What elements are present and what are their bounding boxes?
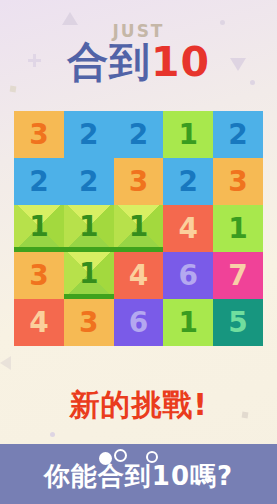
tile-r5c2[interactable]: 3 [64,299,114,346]
tile-r4c3[interactable]: 4 [114,252,164,299]
header: JUST 合到10 [0,23,277,83]
tile-r3c5[interactable]: 1 [213,205,263,252]
tile-r2c2[interactable]: 2 [64,158,114,205]
tile-r4c5[interactable]: 7 [213,252,263,299]
tile-r3c3[interactable]: 1 [114,205,164,252]
tile-r4c4[interactable]: 6 [163,252,213,299]
tile-r1c5[interactable]: 2 [213,111,263,158]
bottom-banner[interactable]: 你能合到10嗎? [0,444,277,504]
tile-r5c4[interactable]: 1 [163,299,213,346]
deco-triangle-icon [0,356,11,370]
tile-r1c1[interactable]: 3 [14,111,64,158]
app-title: 合到10 [0,42,277,83]
tile-r2c4[interactable]: 2 [163,158,213,205]
tile-r3c2[interactable]: 1 [64,205,114,252]
tile-r5c3[interactable]: 6 [114,299,164,346]
tile-r4c2[interactable]: 1 [64,252,114,299]
tile-r3c1[interactable]: 1 [14,205,64,252]
tagline: 新的挑戰! [0,385,277,426]
game-board: 3221222323111413146743615 [14,111,263,346]
tile-r1c2[interactable]: 2 [64,111,114,158]
deco-dot-icon [50,432,55,437]
app-screenshot: JUST 合到10 3221222323111413146743615 新的挑戰… [0,0,277,504]
tile-r2c3[interactable]: 3 [114,158,164,205]
tile-r1c3[interactable]: 2 [114,111,164,158]
deco-square-icon [10,86,17,93]
tile-r2c1[interactable]: 2 [14,158,64,205]
title-chinese: 合到 [67,38,151,86]
tile-r4c1[interactable]: 3 [14,252,64,299]
tile-r5c1[interactable]: 4 [14,299,64,346]
title-number: 10 [151,38,210,86]
tile-r5c5[interactable]: 5 [213,299,263,346]
tile-r1c4[interactable]: 1 [163,111,213,158]
banner-question: 你能合到10嗎? [0,459,277,494]
tile-r3c4[interactable]: 4 [163,205,213,252]
tile-r2c5[interactable]: 3 [213,158,263,205]
